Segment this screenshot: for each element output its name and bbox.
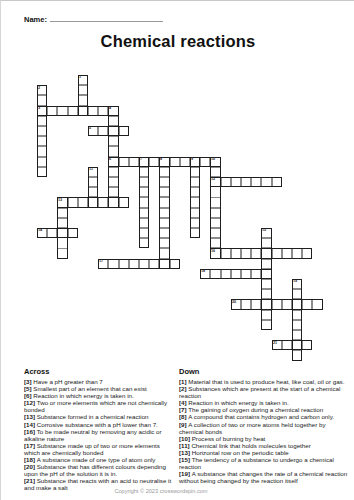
across-heading: Across xyxy=(24,367,177,376)
across-clue-6: [6] Reaction in which energy is taken in… xyxy=(24,392,177,399)
grid-cell-r23c22[interactable] xyxy=(261,310,271,320)
grid-cell-r17c19[interactable] xyxy=(231,248,241,258)
grid-cell-r12c17[interactable] xyxy=(210,197,220,207)
grid-cell-r10c20[interactable] xyxy=(241,177,251,187)
grid-cell-r17c12[interactable] xyxy=(159,248,169,258)
grid-cell-r19c21[interactable] xyxy=(251,269,261,279)
cell-number-5: 5 xyxy=(89,126,91,130)
down-clue-19: [19] A substance that changes the rate o… xyxy=(179,470,351,484)
grid-cell-r13c10[interactable] xyxy=(139,208,149,218)
grid-cell-r18c13[interactable] xyxy=(170,259,180,269)
grid-cell-r23c25[interactable] xyxy=(292,310,302,320)
across-clue-14: [14] Corrosive substance with a pH lower… xyxy=(24,421,177,428)
crossword-grid[interactable]: 123456789101112131415161718192021 xyxy=(37,75,323,361)
grid-cell-r9c7[interactable] xyxy=(108,167,118,177)
down-clue-10: [10] Process of burning by heat xyxy=(179,435,351,442)
grid-cell-r12c3[interactable] xyxy=(68,197,78,207)
grid-cell-r14c15[interactable] xyxy=(190,218,200,228)
grid-cell-r3c4[interactable] xyxy=(78,106,88,116)
grid-cell-r5c0[interactable] xyxy=(37,126,47,136)
grid-cell-r22c26[interactable] xyxy=(302,299,312,309)
grid-cell-r26c25[interactable] xyxy=(292,340,302,350)
grid-cell-r12c5[interactable] xyxy=(88,197,98,207)
name-blank-line[interactable] xyxy=(50,14,163,22)
grid-cell-r12c12[interactable] xyxy=(159,197,169,207)
down-clue-9: [9] A collection of two or more atoms he… xyxy=(179,421,351,435)
grid-cell-r9c17[interactable] xyxy=(210,167,220,177)
grid-cell-r12c15[interactable] xyxy=(190,197,200,207)
cell-number-7: 7 xyxy=(140,157,142,161)
grid-cell-r18c8[interactable] xyxy=(119,259,129,269)
grid-cell-r17c24[interactable] xyxy=(282,248,292,258)
across-clue-12: [12] Two or more elements which are not … xyxy=(24,399,177,413)
grid-cell-r27c25[interactable] xyxy=(292,350,302,360)
grid-cell-r15c17[interactable] xyxy=(210,228,220,238)
grid-cell-r13c12[interactable] xyxy=(159,208,169,218)
grid-cell-r16c12[interactable] xyxy=(159,238,169,248)
grid-cell-r3c6[interactable] xyxy=(98,106,108,116)
down-clues-section: Down [1] Material that is used to produc… xyxy=(179,367,351,484)
cell-number-14: 14 xyxy=(38,228,42,232)
cell-number-17: 17 xyxy=(99,259,103,263)
grid-cell-r22c24[interactable] xyxy=(282,299,292,309)
cell-number-13: 13 xyxy=(58,198,62,202)
across-clue-18: [18] A substance made of one type of ato… xyxy=(24,456,177,463)
grid-cell-r12c7[interactable] xyxy=(108,197,118,207)
down-clue-1: [1] Material that is used to produce hea… xyxy=(179,378,351,385)
down-clue-2: [2] Substances which are present at the … xyxy=(179,385,351,399)
grid-cell-r22c21[interactable] xyxy=(251,299,261,309)
grid-cell-r11c10[interactable] xyxy=(139,187,149,197)
grid-cell-r14c2[interactable] xyxy=(57,218,67,228)
cell-number-15: 15 xyxy=(262,228,266,232)
across-clue-13: [13] Substance formed in a chemical reac… xyxy=(24,413,177,420)
down-clue-8: [8] A compound that contains hydrogen an… xyxy=(179,413,351,420)
grid-cell-r9c10[interactable] xyxy=(139,167,149,177)
grid-cell-r18c9[interactable] xyxy=(129,259,139,269)
name-row: Name: xyxy=(24,14,163,24)
grid-cell-r18c7[interactable] xyxy=(108,259,118,269)
grid-cell-r17c2[interactable] xyxy=(57,248,67,258)
down-clue-11: [11] Chemical link that holds molecules … xyxy=(179,442,351,449)
grid-cell-r18c10[interactable] xyxy=(139,259,149,269)
name-label: Name: xyxy=(24,15,47,24)
grid-cell-r17c25[interactable] xyxy=(292,248,302,258)
grid-cell-r11c15[interactable] xyxy=(190,187,200,197)
down-clue-4: [4] Reaction in which energy is taken in… xyxy=(179,399,351,406)
across-clue-20: [20] Substance that has different colour… xyxy=(24,463,177,477)
grid-cell-r14c17[interactable] xyxy=(210,218,220,228)
grid-cell-r17c23[interactable] xyxy=(272,248,282,258)
grid-cell-r9c0[interactable] xyxy=(37,167,47,177)
down-clue-7: [7] The gaining of oxygen during a chemi… xyxy=(179,406,351,413)
down-clue-15: [15] The tendency of a substance to unde… xyxy=(179,456,351,470)
grid-cell-r18c12[interactable] xyxy=(159,259,169,269)
grid-cell-r12c10[interactable] xyxy=(139,197,149,207)
cell-number-6: 6 xyxy=(109,157,111,161)
down-clue-13: [13] Horizontal row on the periodic tabl… xyxy=(179,449,351,456)
cell-number-10: 10 xyxy=(211,157,215,161)
cell-number-3: 3 xyxy=(38,106,40,110)
grid-cell-r8c16[interactable] xyxy=(200,157,210,167)
grid-cell-r1c4[interactable] xyxy=(78,85,88,95)
grid-cell-r21c22[interactable] xyxy=(261,289,271,299)
grid-cell-r8c9[interactable] xyxy=(129,157,139,167)
grid-cell-r10c15[interactable] xyxy=(190,177,200,187)
grid-cell-r15c3[interactable] xyxy=(68,228,78,238)
grid-cell-r26c26[interactable] xyxy=(302,340,312,350)
grid-cell-r6c7[interactable] xyxy=(108,136,118,146)
grid-cell-r13c2[interactable] xyxy=(57,208,67,218)
grid-cell-r10c5[interactable] xyxy=(88,177,98,187)
down-heading: Down xyxy=(179,367,351,376)
cell-number-1: 1 xyxy=(79,75,81,79)
grid-cell-r18c22[interactable] xyxy=(261,259,271,269)
across-clue-5: [5] Smallest part of an element that can… xyxy=(24,385,177,392)
grid-cell-r2c0[interactable] xyxy=(37,95,47,105)
grid-cell-r22c25[interactable] xyxy=(292,299,302,309)
grid-cell-r19c18[interactable] xyxy=(221,269,231,279)
grid-cell-r3c3[interactable] xyxy=(68,106,78,116)
grid-cell-r15c2[interactable] xyxy=(57,228,67,238)
grid-cell-r12c6[interactable] xyxy=(98,197,108,207)
grid-cell-r11c12[interactable] xyxy=(159,187,169,197)
grid-cell-r24c22[interactable] xyxy=(261,320,271,330)
grid-cell-r18c11[interactable] xyxy=(149,259,159,269)
grid-cell-r12c8[interactable] xyxy=(119,197,129,207)
grid-cell-r14c12[interactable] xyxy=(159,218,169,228)
grid-cell-r5c7[interactable] xyxy=(108,126,118,136)
cell-number-16: 16 xyxy=(211,249,215,253)
grid-cell-r22c23[interactable] xyxy=(272,299,282,309)
grid-cell-r7c0[interactable] xyxy=(37,146,47,156)
down-clues-list: [1] Material that is used to produce hea… xyxy=(179,378,351,484)
grid-cell-r3c1[interactable] xyxy=(47,106,57,116)
grid-cell-r16c22[interactable] xyxy=(261,238,271,248)
grid-cell-r13c17[interactable] xyxy=(210,208,220,218)
cell-number-19: 19 xyxy=(293,279,297,283)
grid-cell-r8c11[interactable] xyxy=(149,157,159,167)
grid-cell-r17c18[interactable] xyxy=(221,248,231,258)
copyright-footer: Copyright © 2023 crosswordspin.com xyxy=(1,488,321,494)
grid-cell-r19c22[interactable] xyxy=(261,269,271,279)
grid-cell-r9c15[interactable] xyxy=(190,167,200,177)
grid-cell-r8c14[interactable] xyxy=(180,157,190,167)
across-clue-3: [3] Have a pH greater than 7 xyxy=(24,378,177,385)
grid-cell-r17c22[interactable] xyxy=(261,248,271,258)
grid-cell-r15c1[interactable] xyxy=(47,228,57,238)
grid-cell-r22c20[interactable] xyxy=(241,299,251,309)
grid-cell-r13c15[interactable] xyxy=(190,208,200,218)
page-title: Chemical reactions xyxy=(1,32,354,51)
grid-cell-r10c22[interactable] xyxy=(261,177,271,187)
across-clues-list: [3] Have a pH greater than 7[5] Smallest… xyxy=(24,378,177,492)
grid-cell-r19c20[interactable] xyxy=(241,269,251,279)
grid-cell-r15c15[interactable] xyxy=(190,228,200,238)
grid-cell-r10c21[interactable] xyxy=(251,177,261,187)
grid-cell-r11c5[interactable] xyxy=(88,187,98,197)
grid-cell-r16c10[interactable] xyxy=(139,238,149,248)
grid-cell-r2c4[interactable] xyxy=(78,95,88,105)
grid-cell-r10c7[interactable] xyxy=(108,177,118,187)
cell-number-9: 9 xyxy=(191,157,193,161)
cell-number-4: 4 xyxy=(109,106,111,110)
grid-cell-r17c21[interactable] xyxy=(251,248,261,258)
grid-cell-r16c17[interactable] xyxy=(210,238,220,248)
cell-number-18: 18 xyxy=(201,269,205,273)
grid-cell-r5c6[interactable] xyxy=(98,126,108,136)
grid-cell-r10c18[interactable] xyxy=(221,177,231,187)
grid-cell-r8c0[interactable] xyxy=(37,157,47,167)
worksheet-page: { "game": "crossword", "header": { "name… xyxy=(0,0,354,500)
grid-cell-r21c25[interactable] xyxy=(292,289,302,299)
grid-cell-r24c25[interactable] xyxy=(292,320,302,330)
across-clue-16: [16] To be made neutral by removing any … xyxy=(24,428,177,442)
cell-number-21: 21 xyxy=(273,341,277,345)
grid-cell-r10c12[interactable] xyxy=(159,177,169,187)
grid-cell-r15c10[interactable] xyxy=(139,228,149,238)
grid-cell-r10c19[interactable] xyxy=(231,177,241,187)
grid-cell-r14c10[interactable] xyxy=(139,218,149,228)
grid-cell-r20c22[interactable] xyxy=(261,279,271,289)
grid-cell-r8c13[interactable] xyxy=(170,157,180,167)
across-clues-section: Across [3] Have a pH greater than 7[5] S… xyxy=(24,367,177,492)
grid-cell-r3c2[interactable] xyxy=(57,106,67,116)
grid-cell-r10c10[interactable] xyxy=(139,177,149,187)
grid-cell-r19c17[interactable] xyxy=(210,269,220,279)
grid-cell-r26c24[interactable] xyxy=(282,340,292,350)
grid-cell-r5c8[interactable] xyxy=(119,126,129,136)
cell-number-2: 2 xyxy=(38,86,40,90)
across-clue-17: [17] Substance made up of two or more el… xyxy=(24,442,177,456)
grid-cell-r4c0[interactable] xyxy=(37,116,47,126)
grid-cell-r22c22[interactable] xyxy=(261,299,271,309)
grid-cell-r10c23[interactable] xyxy=(272,177,282,187)
grid-cell-r15c12[interactable] xyxy=(159,228,169,238)
cell-number-20: 20 xyxy=(232,300,236,304)
cell-number-11: 11 xyxy=(89,167,93,171)
grid-cell-r3c5[interactable] xyxy=(88,106,98,116)
grid-cell-r22c27[interactable] xyxy=(312,299,322,309)
cell-number-12: 12 xyxy=(211,177,215,181)
grid-cell-r17c26[interactable] xyxy=(302,248,312,258)
grid-cell-r7c7[interactable] xyxy=(108,146,118,156)
grid-cell-r12c4[interactable] xyxy=(78,197,88,207)
cell-number-8: 8 xyxy=(160,157,162,161)
grid-cell-r11c7[interactable] xyxy=(108,187,118,197)
grid-cell-r17c20[interactable] xyxy=(241,248,251,258)
grid-cell-r25c25[interactable] xyxy=(292,330,302,340)
grid-cell-r8c8[interactable] xyxy=(119,157,129,167)
grid-cell-r4c7[interactable] xyxy=(108,116,118,126)
grid-cell-r9c12[interactable] xyxy=(159,167,169,177)
grid-cell-r19c19[interactable] xyxy=(231,269,241,279)
grid-cell-r6c0[interactable] xyxy=(37,136,47,146)
